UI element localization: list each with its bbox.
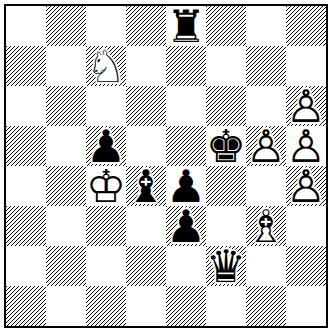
square-f8[interactable] <box>206 6 246 46</box>
square-e7[interactable] <box>166 46 206 86</box>
square-h6[interactable]: ♟♙ <box>286 86 326 126</box>
square-h7[interactable] <box>286 46 326 86</box>
piece-halo-black-pawn: ♟ <box>166 166 206 206</box>
square-a2[interactable] <box>6 246 46 286</box>
square-f2[interactable]: ♛♛ <box>206 246 246 286</box>
piece-white-pawn-h5: ♙ <box>286 126 326 166</box>
chessboard: ♜♜♞♘♟♙♟♟♚♚♟♙♟♙♚♔♝♝♟♟♟♙♟♟♝♗♛♛ <box>6 6 326 326</box>
square-d5[interactable] <box>126 126 166 166</box>
square-g3[interactable]: ♝♗ <box>246 206 286 246</box>
square-h8[interactable] <box>286 6 326 46</box>
piece-halo-white-king: ♚ <box>86 166 126 206</box>
square-e2[interactable] <box>166 246 206 286</box>
piece-halo-black-pawn: ♟ <box>166 206 206 246</box>
piece-halo-white-pawn: ♟ <box>286 166 326 206</box>
square-d6[interactable] <box>126 86 166 126</box>
piece-halo-white-pawn: ♟ <box>246 126 286 166</box>
piece-black-rook-e8: ♜ <box>166 6 206 46</box>
square-c4[interactable]: ♚♔ <box>86 166 126 206</box>
square-f4[interactable] <box>206 166 246 206</box>
square-g1[interactable] <box>246 286 286 326</box>
piece-black-bishop-d4: ♝ <box>126 166 166 206</box>
square-h1[interactable] <box>286 286 326 326</box>
piece-black-pawn-e4: ♟ <box>166 166 206 206</box>
piece-white-king-c4: ♔ <box>86 166 126 206</box>
square-a4[interactable] <box>6 166 46 206</box>
square-g8[interactable] <box>246 6 286 46</box>
piece-halo-black-rook: ♜ <box>166 6 206 46</box>
piece-white-knight-c7: ♘ <box>86 46 126 86</box>
square-h3[interactable] <box>286 206 326 246</box>
square-b5[interactable] <box>46 126 86 166</box>
square-a5[interactable] <box>6 126 46 166</box>
square-f3[interactable] <box>206 206 246 246</box>
square-b6[interactable] <box>46 86 86 126</box>
square-e1[interactable] <box>166 286 206 326</box>
square-e4[interactable]: ♟♟ <box>166 166 206 206</box>
square-c2[interactable] <box>86 246 126 286</box>
piece-halo-white-bishop: ♝ <box>246 206 286 246</box>
square-d7[interactable] <box>126 46 166 86</box>
square-g6[interactable] <box>246 86 286 126</box>
square-f1[interactable] <box>206 286 246 326</box>
square-g4[interactable] <box>246 166 286 206</box>
square-c3[interactable] <box>86 206 126 246</box>
square-e5[interactable] <box>166 126 206 166</box>
square-g5[interactable]: ♟♙ <box>246 126 286 166</box>
square-e3[interactable]: ♟♟ <box>166 206 206 246</box>
piece-black-king-f5: ♚ <box>206 126 246 166</box>
board-frame: ♜♜♞♘♟♙♟♟♚♚♟♙♟♙♚♔♝♝♟♟♟♙♟♟♝♗♛♛ <box>4 4 328 328</box>
square-f5[interactable]: ♚♚ <box>206 126 246 166</box>
square-b1[interactable] <box>46 286 86 326</box>
square-e6[interactable] <box>166 86 206 126</box>
square-b8[interactable] <box>46 6 86 46</box>
square-d2[interactable] <box>126 246 166 286</box>
square-a3[interactable] <box>6 206 46 246</box>
square-d8[interactable] <box>126 6 166 46</box>
square-a8[interactable] <box>6 6 46 46</box>
square-c7[interactable]: ♞♘ <box>86 46 126 86</box>
piece-halo-black-king: ♚ <box>206 126 246 166</box>
square-b7[interactable] <box>46 46 86 86</box>
square-f7[interactable] <box>206 46 246 86</box>
square-d1[interactable] <box>126 286 166 326</box>
square-a6[interactable] <box>6 86 46 126</box>
square-b4[interactable] <box>46 166 86 206</box>
square-h2[interactable] <box>286 246 326 286</box>
square-b2[interactable] <box>46 246 86 286</box>
piece-black-pawn-c5: ♟ <box>86 126 126 166</box>
square-f6[interactable] <box>206 86 246 126</box>
square-c8[interactable] <box>86 6 126 46</box>
square-c5[interactable]: ♟♟ <box>86 126 126 166</box>
square-h4[interactable]: ♟♙ <box>286 166 326 206</box>
square-b3[interactable] <box>46 206 86 246</box>
piece-white-pawn-g5: ♙ <box>246 126 286 166</box>
square-a1[interactable] <box>6 286 46 326</box>
piece-halo-white-pawn: ♟ <box>286 126 326 166</box>
square-g7[interactable] <box>246 46 286 86</box>
square-d3[interactable] <box>126 206 166 246</box>
piece-halo-white-knight: ♞ <box>86 46 126 86</box>
square-g2[interactable] <box>246 246 286 286</box>
piece-white-bishop-g3: ♗ <box>246 206 286 246</box>
piece-halo-black-bishop: ♝ <box>126 166 166 206</box>
square-e8[interactable]: ♜♜ <box>166 6 206 46</box>
piece-black-queen-f2: ♛ <box>206 246 246 286</box>
square-h5[interactable]: ♟♙ <box>286 126 326 166</box>
piece-halo-black-queen: ♛ <box>206 246 246 286</box>
piece-halo-white-pawn: ♟ <box>286 86 326 126</box>
square-a7[interactable] <box>6 46 46 86</box>
piece-black-pawn-e3: ♟ <box>166 206 206 246</box>
piece-halo-black-pawn: ♟ <box>86 126 126 166</box>
square-d4[interactable]: ♝♝ <box>126 166 166 206</box>
square-c6[interactable] <box>86 86 126 126</box>
piece-white-pawn-h4: ♙ <box>286 166 326 206</box>
piece-white-pawn-h6: ♙ <box>286 86 326 126</box>
square-c1[interactable] <box>86 286 126 326</box>
